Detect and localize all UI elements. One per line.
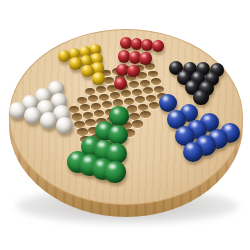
board-hole[interactable] (140, 80, 150, 87)
marble-specular-highlight (54, 95, 59, 99)
marble-specular-highlight (111, 146, 117, 151)
marble-yellow[interactable] (69, 57, 82, 70)
marble-specular-highlight (130, 66, 134, 69)
marble-red[interactable] (139, 52, 151, 64)
marble-specular-highlight (94, 64, 98, 67)
board-hole[interactable] (83, 112, 94, 119)
marble-specular-highlight (194, 73, 198, 76)
marble-specular-highlight (192, 122, 198, 127)
marble-specular-highlight (197, 92, 202, 96)
marble-red[interactable] (152, 40, 164, 52)
marble-specular-highlight (123, 39, 126, 42)
marble-specular-highlight (100, 124, 106, 129)
marble-specular-highlight (72, 59, 76, 62)
marble-specular-highlight (109, 164, 116, 169)
marble-specular-highlight (86, 139, 92, 144)
marble-specular-highlight (84, 157, 91, 162)
marble-specular-highlight (212, 132, 218, 137)
marble-specular-highlight (119, 65, 123, 68)
marble-specular-highlight (28, 109, 33, 113)
marble-specular-highlight (97, 161, 104, 166)
marble-specular-highlight (188, 82, 192, 86)
marble-specular-highlight (57, 107, 62, 111)
board-hole[interactable] (72, 113, 83, 120)
marble-specular-highlight (186, 63, 190, 66)
marble-white[interactable] (9, 102, 26, 119)
board-hole[interactable] (77, 97, 88, 104)
marble-specular-highlight (61, 51, 65, 54)
board-hole[interactable] (154, 86, 165, 93)
marble-specular-highlight (144, 41, 148, 44)
marble-specular-highlight (72, 154, 79, 159)
marble-specular-highlight (95, 74, 99, 77)
marble-specular-highlight (204, 116, 210, 121)
marble-specular-highlight (44, 114, 49, 118)
marble-specular-highlight (112, 127, 118, 132)
marble-specular-highlight (184, 106, 190, 110)
board-hole[interactable] (132, 89, 143, 96)
marble-specular-highlight (131, 53, 135, 56)
marble-specular-highlight (52, 83, 57, 87)
marble-specular-highlight (12, 104, 17, 108)
marble-specular-highlight (199, 64, 203, 67)
marble-specular-highlight (93, 55, 97, 58)
marble-specular-highlight (213, 65, 217, 68)
marble-specular-highlight (38, 90, 43, 94)
marble-specular-highlight (154, 42, 158, 45)
board-hole[interactable] (91, 103, 102, 110)
board-hole[interactable] (85, 88, 95, 95)
marble-specular-highlight (200, 138, 206, 143)
marble-specular-highlight (208, 74, 212, 77)
marble-specular-highlight (121, 52, 125, 55)
marble-specular-highlight (171, 112, 177, 117)
board-hole[interactable] (132, 120, 143, 128)
marble-green[interactable] (109, 106, 128, 125)
marble-specular-highlight (133, 40, 136, 43)
board-hole[interactable] (77, 128, 88, 136)
marble-specular-highlight (142, 54, 146, 57)
marble-black[interactable] (193, 90, 208, 105)
board-hole[interactable] (146, 95, 157, 102)
board-hole[interactable] (138, 104, 149, 111)
board-hole[interactable] (99, 94, 110, 101)
chinese-checkers-photo (0, 0, 250, 250)
marble-specular-highlight (41, 102, 46, 106)
marble-specular-highlight (81, 47, 85, 50)
marble-specular-highlight (202, 83, 207, 87)
marble-specular-highlight (71, 49, 75, 52)
marble-specular-highlight (98, 142, 104, 147)
marble-specular-highlight (59, 119, 64, 123)
marble-specular-highlight (117, 79, 121, 82)
marble-specular-highlight (225, 125, 231, 130)
marble-specular-highlight (180, 72, 184, 75)
marble-specular-highlight (25, 97, 30, 101)
marble-specular-highlight (179, 128, 185, 133)
marble-red[interactable] (127, 65, 140, 78)
marble-specular-highlight (92, 45, 96, 48)
marble-specular-highlight (114, 109, 120, 114)
marble-specular-highlight (84, 66, 88, 69)
marble-specular-highlight (172, 63, 176, 66)
marble-specular-highlight (163, 96, 168, 100)
marble-specular-highlight (187, 144, 193, 149)
marble-specular-highlight (83, 57, 87, 60)
